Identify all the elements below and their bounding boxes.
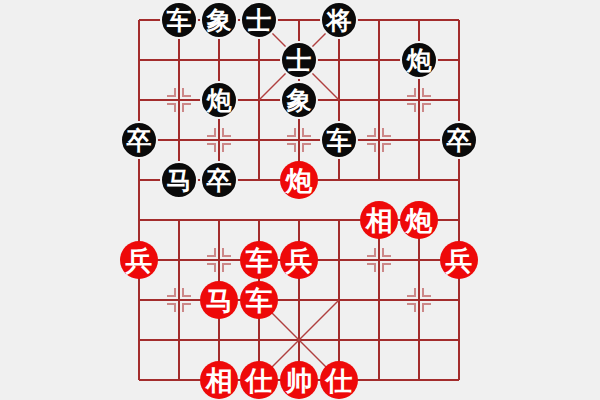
piece-red-soldier[interactable]: 兵 — [280, 241, 318, 279]
piece-black-advisor[interactable]: 士 — [240, 1, 278, 39]
xiangqi-board: 车象士将士炮炮象卒车卒马卒炮相炮兵车兵兵马车相仕帅仕 — [119, 0, 479, 400]
piece-black-elephant[interactable]: 象 — [200, 1, 238, 39]
piece-black-horse[interactable]: 马 — [160, 161, 198, 199]
piece-black-chariot[interactable]: 车 — [320, 121, 358, 159]
piece-red-chariot[interactable]: 车 — [240, 281, 278, 319]
piece-red-general[interactable]: 帅 — [280, 361, 318, 399]
piece-red-chariot[interactable]: 车 — [240, 241, 278, 279]
piece-red-advisor[interactable]: 仕 — [240, 361, 278, 399]
piece-black-elephant[interactable]: 象 — [280, 81, 318, 119]
board-point: 卒 — [439, 120, 479, 160]
piece-black-soldier[interactable]: 卒 — [200, 161, 238, 199]
piece-red-horse[interactable]: 马 — [200, 281, 238, 319]
board-point: 帅 — [279, 360, 319, 400]
piece-black-cannon[interactable]: 炮 — [200, 81, 238, 119]
board-point: 将 — [319, 0, 359, 40]
board-point: 士 — [239, 0, 279, 40]
board-point: 兵 — [439, 240, 479, 280]
piece-black-cannon[interactable]: 炮 — [400, 41, 438, 79]
board-point: 炮 — [399, 200, 439, 240]
board-point: 炮 — [199, 80, 239, 120]
piece-red-cannon[interactable]: 炮 — [400, 201, 438, 239]
board-point: 车 — [319, 120, 359, 160]
piece-black-soldier[interactable]: 卒 — [120, 121, 158, 159]
piece-black-general[interactable]: 将 — [320, 1, 358, 39]
piece-red-cannon[interactable]: 炮 — [280, 161, 318, 199]
board-point: 象 — [279, 80, 319, 120]
board-point: 车 — [239, 280, 279, 320]
board-point: 卒 — [199, 160, 239, 200]
piece-red-advisor[interactable]: 仕 — [320, 361, 358, 399]
piece-black-chariot[interactable]: 车 — [160, 1, 198, 39]
piece-red-elephant[interactable]: 相 — [200, 361, 238, 399]
board-point: 卒 — [119, 120, 159, 160]
board-point: 仕 — [239, 360, 279, 400]
board-point: 兵 — [279, 240, 319, 280]
board-point: 马 — [159, 160, 199, 200]
board-point: 车 — [159, 0, 199, 40]
piece-black-advisor[interactable]: 士 — [280, 41, 318, 79]
piece-red-soldier[interactable]: 兵 — [440, 241, 478, 279]
board-point: 仕 — [319, 360, 359, 400]
board-point: 士 — [279, 40, 319, 80]
board-point: 象 — [199, 0, 239, 40]
xiangqi-app-background: 车象士将士炮炮象卒车卒马卒炮相炮兵车兵兵马车相仕帅仕 — [0, 0, 600, 400]
board-point: 兵 — [119, 240, 159, 280]
board-point: 相 — [359, 200, 399, 240]
board-point: 马 — [199, 280, 239, 320]
board-point: 炮 — [279, 160, 319, 200]
piece-red-elephant[interactable]: 相 — [360, 201, 398, 239]
board-point: 相 — [199, 360, 239, 400]
piece-red-soldier[interactable]: 兵 — [120, 241, 158, 279]
board-point: 炮 — [399, 40, 439, 80]
board-point: 车 — [239, 240, 279, 280]
piece-black-soldier[interactable]: 卒 — [440, 121, 478, 159]
